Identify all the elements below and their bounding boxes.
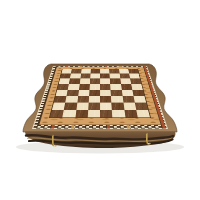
product-photo-chess-case — [0, 0, 200, 200]
square-c3 — [77, 96, 89, 103]
square-h2 — [135, 102, 148, 109]
mosaic-inlay-border — [32, 66, 168, 129]
board-grid — [49, 69, 151, 118]
square-f3 — [111, 96, 123, 103]
board-surface — [32, 66, 168, 129]
square-h1 — [136, 110, 150, 118]
square-d1 — [88, 110, 100, 118]
square-f2 — [112, 102, 124, 109]
square-d2 — [88, 102, 100, 109]
square-e2 — [100, 102, 112, 109]
square-e3 — [100, 96, 112, 103]
burl-wood-border — [38, 67, 162, 125]
square-f1 — [112, 110, 125, 118]
square-b3 — [65, 96, 77, 103]
square-d3 — [88, 96, 100, 103]
square-b1 — [63, 110, 77, 118]
square-e1 — [100, 110, 112, 118]
square-b2 — [64, 102, 77, 109]
square-c2 — [76, 102, 88, 109]
square-h3 — [133, 96, 146, 103]
square-c1 — [75, 110, 88, 118]
